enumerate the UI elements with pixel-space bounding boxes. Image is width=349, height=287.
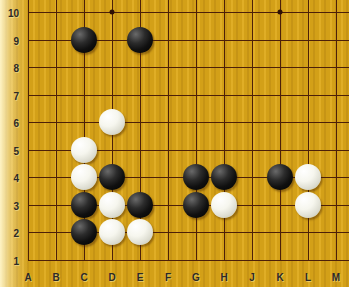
column-label-e: E xyxy=(137,272,144,283)
white-stone-h3 xyxy=(211,192,237,218)
white-stone-l3 xyxy=(295,192,321,218)
grid-vline-H xyxy=(224,0,225,261)
black-stone-e9 xyxy=(127,27,153,53)
column-label-f: F xyxy=(165,272,171,283)
row-label-9: 9 xyxy=(13,35,19,46)
row-label-1: 1 xyxy=(13,255,19,266)
column-label-l: L xyxy=(305,272,311,283)
grid-hline-7 xyxy=(28,95,349,96)
black-stone-k4 xyxy=(267,164,293,190)
grid-hline-6 xyxy=(28,122,349,123)
white-stone-c4 xyxy=(71,164,97,190)
black-stone-c2 xyxy=(71,219,97,245)
grid-hline-10 xyxy=(28,12,349,13)
black-stone-g4 xyxy=(183,164,209,190)
grid-vline-J xyxy=(252,0,253,261)
star-point-d10 xyxy=(110,10,115,15)
wood-grain-texture xyxy=(0,0,349,287)
go-board[interactable]: 10987654321ABCDEFGHJKLM xyxy=(0,0,349,287)
column-label-b: B xyxy=(52,272,59,283)
white-stone-c5 xyxy=(71,137,97,163)
row-label-7: 7 xyxy=(13,90,19,101)
column-label-j: J xyxy=(249,272,255,283)
black-stone-c3 xyxy=(71,192,97,218)
white-stone-d6 xyxy=(99,109,125,135)
grid-vline-K xyxy=(280,0,281,261)
white-stone-e2 xyxy=(127,219,153,245)
black-stone-d4 xyxy=(99,164,125,190)
grid-vline-G xyxy=(196,0,197,261)
column-label-m: M xyxy=(332,272,340,283)
column-label-h: H xyxy=(220,272,227,283)
row-label-5: 5 xyxy=(13,145,19,156)
black-stone-e3 xyxy=(127,192,153,218)
grid-vline-B xyxy=(56,0,57,261)
white-stone-d3 xyxy=(99,192,125,218)
black-stone-g3 xyxy=(183,192,209,218)
column-label-d: D xyxy=(108,272,115,283)
column-label-a: A xyxy=(24,272,31,283)
column-label-g: G xyxy=(192,272,200,283)
row-label-10: 10 xyxy=(8,8,19,19)
grid-vline-F xyxy=(168,0,169,261)
row-label-6: 6 xyxy=(13,118,19,129)
column-label-k: K xyxy=(276,272,283,283)
grid-vline-L xyxy=(308,0,309,261)
grid-hline-1 xyxy=(28,260,349,261)
grid-vline-M xyxy=(336,0,337,261)
row-label-3: 3 xyxy=(13,200,19,211)
white-stone-d2 xyxy=(99,219,125,245)
column-label-c: C xyxy=(80,272,87,283)
black-stone-c9 xyxy=(71,27,97,53)
white-stone-l4 xyxy=(295,164,321,190)
row-label-2: 2 xyxy=(13,228,19,239)
grid-hline-8 xyxy=(28,67,349,68)
row-label-4: 4 xyxy=(13,173,19,184)
black-stone-h4 xyxy=(211,164,237,190)
row-label-8: 8 xyxy=(13,63,19,74)
star-point-k10 xyxy=(278,10,283,15)
grid-vline-A xyxy=(28,0,29,261)
